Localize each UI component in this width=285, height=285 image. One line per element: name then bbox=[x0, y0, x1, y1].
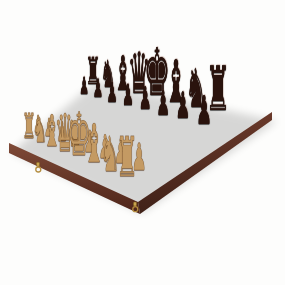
brass-clasp-left-ring bbox=[36, 167, 41, 172]
board-shadow bbox=[11, 82, 277, 213]
board-shadow-and-sides bbox=[0, 0, 285, 285]
chess-set-photo: ♜♞♝♛♚♝♞♜♟♟♟♟♟♟♟♟♟♟♟♟♟♟♟♟♜♞♝♛♚♝♞♜ bbox=[0, 0, 285, 285]
brass-clasp-left bbox=[36, 162, 39, 166]
brass-clasp-front bbox=[133, 202, 136, 206]
